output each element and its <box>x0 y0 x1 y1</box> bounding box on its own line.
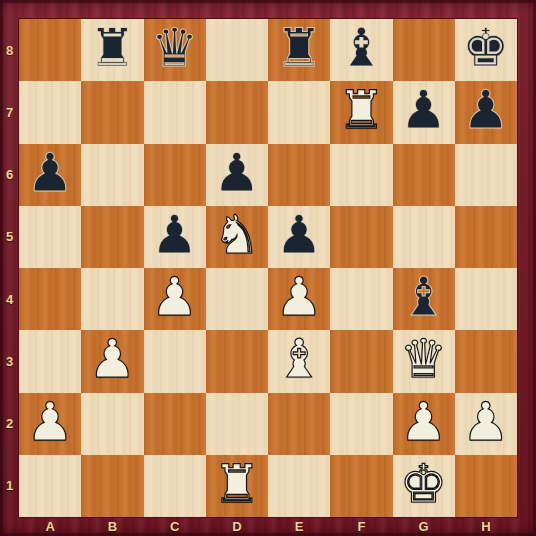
square-g2[interactable]: ♟ <box>393 393 455 455</box>
white-rook[interactable]: ♜ <box>213 455 261 515</box>
square-a3[interactable] <box>19 330 81 392</box>
file-labels: A B C D E F G H <box>19 517 517 536</box>
rank-label-7: 7 <box>0 81 19 143</box>
black-rook[interactable]: ♜ <box>89 19 137 79</box>
white-rook[interactable]: ♜ <box>338 81 386 141</box>
square-f4[interactable] <box>330 268 392 330</box>
square-b5[interactable] <box>81 206 143 268</box>
square-c5[interactable]: ♟ <box>144 206 206 268</box>
black-pawn[interactable]: ♟ <box>151 206 199 266</box>
square-b7[interactable] <box>81 81 143 143</box>
square-d3[interactable] <box>206 330 268 392</box>
white-pawn[interactable]: ♟ <box>462 393 510 453</box>
square-c1[interactable] <box>144 455 206 517</box>
white-queen[interactable]: ♛ <box>400 330 448 390</box>
square-h4[interactable] <box>455 268 517 330</box>
white-pawn[interactable]: ♟ <box>26 393 74 453</box>
square-a5[interactable] <box>19 206 81 268</box>
square-f7[interactable]: ♜ <box>330 81 392 143</box>
square-d4[interactable] <box>206 268 268 330</box>
square-g3[interactable]: ♛ <box>393 330 455 392</box>
square-a6[interactable]: ♟ <box>19 144 81 206</box>
white-pawn[interactable]: ♟ <box>89 330 137 390</box>
rank-label-4: 4 <box>0 268 19 330</box>
black-bishop[interactable]: ♝ <box>400 268 448 328</box>
square-c6[interactable] <box>144 144 206 206</box>
white-king[interactable]: ♚ <box>400 455 448 515</box>
square-h8[interactable]: ♚ <box>455 19 517 81</box>
square-a2[interactable]: ♟ <box>19 393 81 455</box>
square-a8[interactable] <box>19 19 81 81</box>
square-d7[interactable] <box>206 81 268 143</box>
file-label-f: F <box>330 517 392 536</box>
white-knight[interactable]: ♞ <box>213 206 261 266</box>
black-queen[interactable]: ♛ <box>151 19 199 79</box>
square-g6[interactable] <box>393 144 455 206</box>
rank-label-6: 6 <box>0 144 19 206</box>
square-c4[interactable]: ♟ <box>144 268 206 330</box>
square-g8[interactable] <box>393 19 455 81</box>
square-h5[interactable] <box>455 206 517 268</box>
square-f1[interactable] <box>330 455 392 517</box>
chess-board-frame: ♜♛♜♝♚♜♟♟♟♟♟♞♟♟♟♝♟♝♛♟♟♟♜♚ 8 7 6 5 4 3 2 1… <box>0 0 536 536</box>
square-a1[interactable] <box>19 455 81 517</box>
square-c3[interactable] <box>144 330 206 392</box>
file-label-b: B <box>81 517 143 536</box>
square-d6[interactable]: ♟ <box>206 144 268 206</box>
square-e4[interactable]: ♟ <box>268 268 330 330</box>
square-d1[interactable]: ♜ <box>206 455 268 517</box>
rank-labels: 8 7 6 5 4 3 2 1 <box>0 19 19 517</box>
square-f2[interactable] <box>330 393 392 455</box>
square-g7[interactable]: ♟ <box>393 81 455 143</box>
square-g1[interactable]: ♚ <box>393 455 455 517</box>
black-king[interactable]: ♚ <box>462 19 510 79</box>
white-pawn[interactable]: ♟ <box>275 268 323 328</box>
square-f6[interactable] <box>330 144 392 206</box>
black-pawn[interactable]: ♟ <box>275 206 323 266</box>
black-rook[interactable]: ♜ <box>275 19 323 79</box>
rank-label-5: 5 <box>0 206 19 268</box>
square-h6[interactable] <box>455 144 517 206</box>
rank-label-3: 3 <box>0 330 19 392</box>
square-c8[interactable]: ♛ <box>144 19 206 81</box>
white-pawn[interactable]: ♟ <box>400 393 448 453</box>
square-g5[interactable] <box>393 206 455 268</box>
black-pawn[interactable]: ♟ <box>26 144 74 204</box>
square-e7[interactable] <box>268 81 330 143</box>
file-label-a: A <box>19 517 81 536</box>
square-h1[interactable] <box>455 455 517 517</box>
square-b4[interactable] <box>81 268 143 330</box>
file-label-c: C <box>144 517 206 536</box>
square-g4[interactable]: ♝ <box>393 268 455 330</box>
rank-label-8: 8 <box>0 19 19 81</box>
square-h7[interactable]: ♟ <box>455 81 517 143</box>
chess-board: ♜♛♜♝♚♜♟♟♟♟♟♞♟♟♟♝♟♝♛♟♟♟♜♚ <box>19 19 517 517</box>
square-e2[interactable] <box>268 393 330 455</box>
square-b6[interactable] <box>81 144 143 206</box>
square-f8[interactable]: ♝ <box>330 19 392 81</box>
square-h2[interactable]: ♟ <box>455 393 517 455</box>
square-e5[interactable]: ♟ <box>268 206 330 268</box>
square-b1[interactable] <box>81 455 143 517</box>
square-e6[interactable] <box>268 144 330 206</box>
black-pawn[interactable]: ♟ <box>462 81 510 141</box>
square-h3[interactable] <box>455 330 517 392</box>
rank-label-2: 2 <box>0 393 19 455</box>
file-label-d: D <box>206 517 268 536</box>
square-b2[interactable] <box>81 393 143 455</box>
black-bishop[interactable]: ♝ <box>338 19 386 79</box>
file-label-g: G <box>393 517 455 536</box>
square-a4[interactable] <box>19 268 81 330</box>
black-pawn[interactable]: ♟ <box>213 144 261 204</box>
square-b8[interactable]: ♜ <box>81 19 143 81</box>
white-pawn[interactable]: ♟ <box>151 268 199 328</box>
square-e8[interactable]: ♜ <box>268 19 330 81</box>
file-label-e: E <box>268 517 330 536</box>
square-c2[interactable] <box>144 393 206 455</box>
rank-label-1: 1 <box>0 455 19 517</box>
square-c7[interactable] <box>144 81 206 143</box>
square-b3[interactable]: ♟ <box>81 330 143 392</box>
black-pawn[interactable]: ♟ <box>400 81 448 141</box>
square-d8[interactable] <box>206 19 268 81</box>
square-f3[interactable] <box>330 330 392 392</box>
square-e3[interactable]: ♝ <box>268 330 330 392</box>
file-label-h: H <box>455 517 517 536</box>
square-d5[interactable]: ♞ <box>206 206 268 268</box>
square-e1[interactable] <box>268 455 330 517</box>
square-a7[interactable] <box>19 81 81 143</box>
square-f5[interactable] <box>330 206 392 268</box>
white-bishop[interactable]: ♝ <box>275 330 323 390</box>
square-d2[interactable] <box>206 393 268 455</box>
